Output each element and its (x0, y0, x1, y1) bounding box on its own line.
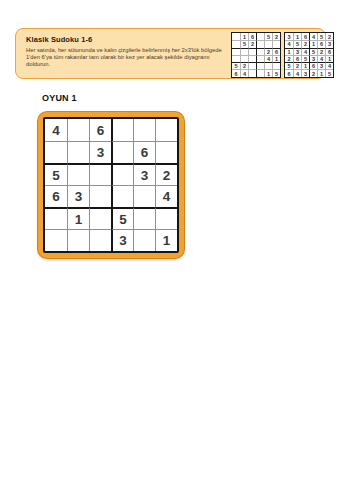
example-puzzle-cell-r5c5 (264, 62, 272, 69)
example-puzzle-cell-r3c5: 2 (264, 48, 272, 55)
sudoku-cell-r4c5[interactable] (133, 185, 155, 207)
example-puzzle-cell-r6c3 (248, 69, 256, 76)
example-solution-cell-r1c6: 2 (325, 33, 333, 40)
sudoku-cell-r4c6[interactable]: 4 (155, 185, 177, 207)
sudoku-cell-r3c1[interactable]: 5 (45, 163, 67, 185)
example-solution-cell-r2c2: 5 (293, 40, 301, 47)
example-solution-cell-r6c5: 1 (317, 69, 325, 76)
sudoku-cell-r3c2[interactable] (67, 163, 89, 185)
example-solution-cell-r6c2: 4 (293, 69, 301, 76)
example-solution-cell-r5c1: 5 (285, 62, 293, 69)
example-puzzle-cell-r6c1: 6 (232, 69, 240, 76)
example-solution-cell-r6c3: 3 (301, 69, 309, 76)
example-puzzle-cell-r3c2 (240, 48, 248, 55)
example-puzzle-cell-r3c6: 6 (272, 48, 280, 55)
sudoku-cell-r3c4[interactable] (111, 163, 133, 185)
example-solution-grid: 316452452163134526265341521634643215 (284, 32, 334, 78)
sudoku-cell-r2c5[interactable]: 6 (133, 141, 155, 163)
sudoku-board-frame: 46365326341531 (38, 112, 184, 258)
example-solution-cell-r6c6: 5 (325, 69, 333, 76)
example-solution-cell-r5c5: 3 (317, 62, 325, 69)
example-puzzle-cell-r3c3 (248, 48, 256, 55)
sudoku-cell-r3c3[interactable] (89, 163, 111, 185)
sudoku-cell-r1c4[interactable] (111, 119, 133, 141)
example-solution-cell-r6c1: 6 (285, 69, 293, 76)
sudoku-cell-r5c6[interactable] (155, 207, 177, 229)
example-puzzle-cell-r2c1 (232, 40, 240, 47)
sudoku-cell-r5c2[interactable]: 1 (67, 207, 89, 229)
example-solution-cell-r3c5: 2 (317, 48, 325, 55)
example-solution-cell-r6c4: 2 (309, 69, 317, 76)
sudoku-cell-r6c5[interactable] (133, 229, 155, 251)
example-puzzle-cell-r5c1: 5 (232, 62, 240, 69)
example-solution-cell-r1c5: 5 (317, 33, 325, 40)
example-solution-cell-r3c3: 4 (301, 48, 309, 55)
sudoku-cell-r4c4[interactable] (111, 185, 133, 207)
example-puzzle-cell-r4c3 (248, 55, 256, 62)
sudoku-cell-r3c6[interactable]: 2 (155, 163, 177, 185)
instructions-panel: Klasik Sudoku 1-6 Her satırda, her sütun… (15, 28, 326, 79)
example-puzzle-cell-r2c2: 5 (240, 40, 248, 47)
example-puzzle-cell-r6c4 (256, 69, 264, 76)
sudoku-board: 46365326341531 (43, 117, 179, 253)
example-puzzle-cell-r2c5 (264, 40, 272, 47)
example-solution-cell-r5c2: 2 (293, 62, 301, 69)
example-puzzle-grid: 1652522641526415 (231, 32, 281, 78)
example-solution-cell-r1c3: 6 (301, 33, 309, 40)
sudoku-cell-r2c4[interactable] (111, 141, 133, 163)
example-puzzle-cell-r4c2 (240, 55, 248, 62)
sudoku-cell-r1c1[interactable]: 4 (45, 119, 67, 141)
rules-title: Klasik Sudoku 1-6 (26, 35, 232, 44)
game-title: OYUN 1 (42, 93, 77, 103)
example-puzzle-cell-r2c3: 2 (248, 40, 256, 47)
example-solution-cell-r3c4: 5 (309, 48, 317, 55)
example-solution-cell-r4c4: 3 (309, 55, 317, 62)
example-puzzle-cell-r6c5: 1 (264, 69, 272, 76)
example-puzzle-cell-r1c5: 5 (264, 33, 272, 40)
example-puzzle-cell-r1c6: 2 (272, 33, 280, 40)
sudoku-cell-r3c5[interactable]: 3 (133, 163, 155, 185)
example-puzzle-cell-r6c2: 4 (240, 69, 248, 76)
sudoku-cell-r2c3[interactable]: 3 (89, 141, 111, 163)
example-puzzle-cell-r6c6: 5 (272, 69, 280, 76)
example-solution-cell-r2c4: 1 (309, 40, 317, 47)
sudoku-cell-r4c1[interactable]: 6 (45, 185, 67, 207)
example-solution-cell-r4c3: 5 (301, 55, 309, 62)
example-solution-cell-r2c5: 6 (317, 40, 325, 47)
example-solution-cell-r1c4: 4 (309, 33, 317, 40)
example-puzzle-cell-r5c4 (256, 62, 264, 69)
example-puzzle-cell-r3c4 (256, 48, 264, 55)
example-solution-cell-r4c5: 4 (317, 55, 325, 62)
sudoku-cell-r2c2[interactable] (67, 141, 89, 163)
example-solution-cell-r2c6: 3 (325, 40, 333, 47)
example-solution-cell-r5c3: 1 (301, 62, 309, 69)
example-solution-cell-r5c4: 6 (309, 62, 317, 69)
example-puzzle-cell-r2c6 (272, 40, 280, 47)
page: Klasik Sudoku 1-6 Her satırda, her sütun… (0, 0, 340, 480)
example-puzzle-cell-r5c3 (248, 62, 256, 69)
example-puzzle-cell-r2c4 (256, 40, 264, 47)
sudoku-cell-r5c1[interactable] (45, 207, 67, 229)
instructions-text-block: Klasik Sudoku 1-6 Her satırda, her sütun… (26, 35, 232, 68)
sudoku-cell-r6c2[interactable] (67, 229, 89, 251)
sudoku-cell-r2c1[interactable] (45, 141, 67, 163)
sudoku-cell-r6c1[interactable] (45, 229, 67, 251)
sudoku-cell-r2c6[interactable] (155, 141, 177, 163)
sudoku-cell-r5c4[interactable]: 5 (111, 207, 133, 229)
sudoku-cell-r5c3[interactable] (89, 207, 111, 229)
example-puzzle-cell-r4c4 (256, 55, 264, 62)
example-puzzle-cell-r4c6: 1 (272, 55, 280, 62)
example-puzzle-cell-r5c6 (272, 62, 280, 69)
sudoku-cell-r4c3[interactable] (89, 185, 111, 207)
example-puzzle-cell-r1c1 (232, 33, 240, 40)
example-puzzle-cell-r3c1 (232, 48, 240, 55)
example-solution-cell-r3c6: 6 (325, 48, 333, 55)
sudoku-cell-r1c6[interactable] (155, 119, 177, 141)
sudoku-cell-r1c5[interactable] (133, 119, 155, 141)
sudoku-cell-r6c6[interactable]: 1 (155, 229, 177, 251)
example-solution-cell-r1c1: 3 (285, 33, 293, 40)
example-puzzle-cell-r1c4 (256, 33, 264, 40)
example-solution-cell-r4c6: 1 (325, 55, 333, 62)
example-solution-cell-r1c2: 1 (293, 33, 301, 40)
example-puzzle-cell-r1c3: 6 (248, 33, 256, 40)
example-puzzle-cell-r4c5: 4 (264, 55, 272, 62)
example-puzzle-cell-r1c2: 1 (240, 33, 248, 40)
example-solution-cell-r3c2: 3 (293, 48, 301, 55)
example-solution-cell-r2c3: 2 (301, 40, 309, 47)
sudoku-cell-r6c4[interactable]: 3 (111, 229, 133, 251)
sudoku-cell-r6c3[interactable] (89, 229, 111, 251)
sudoku-cell-r1c3[interactable]: 6 (89, 119, 111, 141)
example-solution-cell-r2c1: 4 (285, 40, 293, 47)
example-solution-cell-r3c1: 1 (285, 48, 293, 55)
sudoku-cell-r1c2[interactable] (67, 119, 89, 141)
example-solution-cell-r4c1: 2 (285, 55, 293, 62)
example-solution-cell-r5c6: 4 (325, 62, 333, 69)
sudoku-cell-r5c5[interactable] (133, 207, 155, 229)
rules-description: Her satırda, her sütununda ve kalın çizg… (26, 47, 232, 68)
example-solution-cell-r4c2: 6 (293, 55, 301, 62)
example-puzzle-cell-r4c1 (232, 55, 240, 62)
example-puzzle-cell-r5c2: 2 (240, 62, 248, 69)
sudoku-cell-r4c2[interactable]: 3 (67, 185, 89, 207)
